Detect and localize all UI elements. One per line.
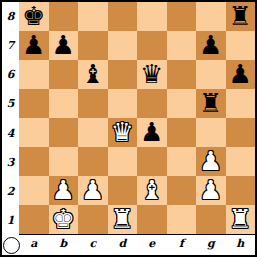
square-b2[interactable]: ♟ bbox=[49, 176, 79, 205]
square-c3[interactable] bbox=[78, 147, 108, 176]
square-c6[interactable]: ♝ bbox=[78, 60, 108, 89]
square-f7[interactable] bbox=[167, 31, 197, 60]
piece-black-rook[interactable]: ♜ bbox=[229, 3, 252, 29]
square-d4[interactable]: ♛ bbox=[108, 118, 138, 147]
piece-black-pawn[interactable]: ♟ bbox=[22, 32, 45, 58]
file-label-e: e bbox=[137, 235, 167, 255]
square-c1[interactable] bbox=[78, 205, 108, 234]
chess-board-diagram: 87654321 ♚♜♟♟♟♝♛♟♜♛♟♟♟♟♝♟♚♜♜ abcdefgh bbox=[0, 0, 257, 257]
piece-white-pawn[interactable]: ♟ bbox=[81, 177, 104, 203]
square-c2[interactable]: ♟ bbox=[78, 176, 108, 205]
piece-white-pawn[interactable]: ♟ bbox=[199, 148, 222, 174]
square-d7[interactable] bbox=[108, 31, 138, 60]
file-label-f: f bbox=[167, 235, 197, 255]
piece-black-pawn[interactable]: ♟ bbox=[199, 32, 222, 58]
piece-black-rook[interactable]: ♜ bbox=[199, 90, 222, 116]
square-h3[interactable] bbox=[226, 147, 256, 176]
square-e1[interactable] bbox=[137, 205, 167, 234]
piece-white-pawn[interactable]: ♟ bbox=[199, 177, 222, 203]
square-g7[interactable]: ♟ bbox=[196, 31, 226, 60]
square-a4[interactable] bbox=[19, 118, 49, 147]
square-f6[interactable] bbox=[167, 60, 197, 89]
file-label-c: c bbox=[78, 235, 108, 255]
piece-black-king[interactable]: ♚ bbox=[22, 3, 45, 29]
square-c5[interactable] bbox=[78, 89, 108, 118]
rank-label-7: 7 bbox=[2, 31, 19, 60]
square-f3[interactable] bbox=[167, 147, 197, 176]
file-label-d: d bbox=[108, 235, 138, 255]
file-label-h: h bbox=[226, 235, 256, 255]
rank-label-8: 8 bbox=[2, 2, 19, 31]
square-d1[interactable]: ♜ bbox=[108, 205, 138, 234]
square-d8[interactable] bbox=[108, 2, 138, 31]
square-c7[interactable] bbox=[78, 31, 108, 60]
square-g5[interactable]: ♜ bbox=[196, 89, 226, 118]
file-label-g: g bbox=[196, 235, 226, 255]
square-f2[interactable] bbox=[167, 176, 197, 205]
piece-black-pawn[interactable]: ♟ bbox=[52, 32, 75, 58]
square-b4[interactable] bbox=[49, 118, 79, 147]
square-b5[interactable] bbox=[49, 89, 79, 118]
square-e2[interactable]: ♝ bbox=[137, 176, 167, 205]
square-g4[interactable] bbox=[196, 118, 226, 147]
rank-label-5: 5 bbox=[2, 89, 19, 118]
piece-black-pawn[interactable]: ♟ bbox=[229, 61, 252, 87]
square-h7[interactable] bbox=[226, 31, 256, 60]
piece-white-king[interactable]: ♚ bbox=[52, 206, 75, 232]
square-a5[interactable] bbox=[19, 89, 49, 118]
square-g3[interactable]: ♟ bbox=[196, 147, 226, 176]
square-e7[interactable] bbox=[137, 31, 167, 60]
piece-black-pawn[interactable]: ♟ bbox=[140, 119, 163, 145]
square-c4[interactable] bbox=[78, 118, 108, 147]
square-h5[interactable] bbox=[226, 89, 256, 118]
rank-label-1: 1 bbox=[2, 206, 19, 235]
square-d3[interactable] bbox=[108, 147, 138, 176]
square-a7[interactable]: ♟ bbox=[19, 31, 49, 60]
piece-white-rook[interactable]: ♜ bbox=[111, 206, 134, 232]
square-b7[interactable]: ♟ bbox=[49, 31, 79, 60]
piece-white-queen[interactable]: ♛ bbox=[111, 119, 134, 145]
rank-label-2: 2 bbox=[2, 177, 19, 206]
square-b1[interactable]: ♚ bbox=[49, 205, 79, 234]
square-e5[interactable] bbox=[137, 89, 167, 118]
rank-label-3: 3 bbox=[2, 148, 19, 177]
square-d6[interactable] bbox=[108, 60, 138, 89]
square-e4[interactable]: ♟ bbox=[137, 118, 167, 147]
square-e6[interactable]: ♛ bbox=[137, 60, 167, 89]
square-b8[interactable] bbox=[49, 2, 79, 31]
square-b3[interactable] bbox=[49, 147, 79, 176]
piece-black-queen[interactable]: ♛ bbox=[140, 61, 163, 87]
square-f4[interactable] bbox=[167, 118, 197, 147]
square-d5[interactable] bbox=[108, 89, 138, 118]
square-a8[interactable]: ♚ bbox=[19, 2, 49, 31]
square-f8[interactable] bbox=[167, 2, 197, 31]
piece-white-pawn[interactable]: ♟ bbox=[52, 177, 75, 203]
square-b6[interactable] bbox=[49, 60, 79, 89]
white-to-move-indicator bbox=[3, 237, 20, 254]
piece-black-bishop[interactable]: ♝ bbox=[81, 61, 104, 87]
square-f5[interactable] bbox=[167, 89, 197, 118]
square-a6[interactable] bbox=[19, 60, 49, 89]
square-g2[interactable]: ♟ bbox=[196, 176, 226, 205]
square-f1[interactable] bbox=[167, 205, 197, 234]
file-labels: abcdefgh bbox=[19, 235, 255, 255]
square-h1[interactable]: ♜ bbox=[226, 205, 256, 234]
square-h8[interactable]: ♜ bbox=[226, 2, 256, 31]
square-h4[interactable] bbox=[226, 118, 256, 147]
square-e8[interactable] bbox=[137, 2, 167, 31]
square-e3[interactable] bbox=[137, 147, 167, 176]
square-a1[interactable] bbox=[19, 205, 49, 234]
piece-white-bishop[interactable]: ♝ bbox=[140, 177, 163, 203]
rank-labels: 87654321 bbox=[2, 2, 19, 235]
square-g1[interactable] bbox=[196, 205, 226, 234]
piece-white-rook[interactable]: ♜ bbox=[229, 206, 252, 232]
file-label-b: b bbox=[49, 235, 79, 255]
square-h6[interactable]: ♟ bbox=[226, 60, 256, 89]
square-h2[interactable] bbox=[226, 176, 256, 205]
square-g6[interactable] bbox=[196, 60, 226, 89]
square-g8[interactable] bbox=[196, 2, 226, 31]
rank-label-6: 6 bbox=[2, 60, 19, 89]
square-a3[interactable] bbox=[19, 147, 49, 176]
square-a2[interactable] bbox=[19, 176, 49, 205]
square-d2[interactable] bbox=[108, 176, 138, 205]
file-label-a: a bbox=[19, 235, 49, 255]
chess-board: ♚♜♟♟♟♝♛♟♜♛♟♟♟♟♝♟♚♜♜ bbox=[19, 2, 255, 235]
square-c8[interactable] bbox=[78, 2, 108, 31]
rank-label-4: 4 bbox=[2, 119, 19, 148]
